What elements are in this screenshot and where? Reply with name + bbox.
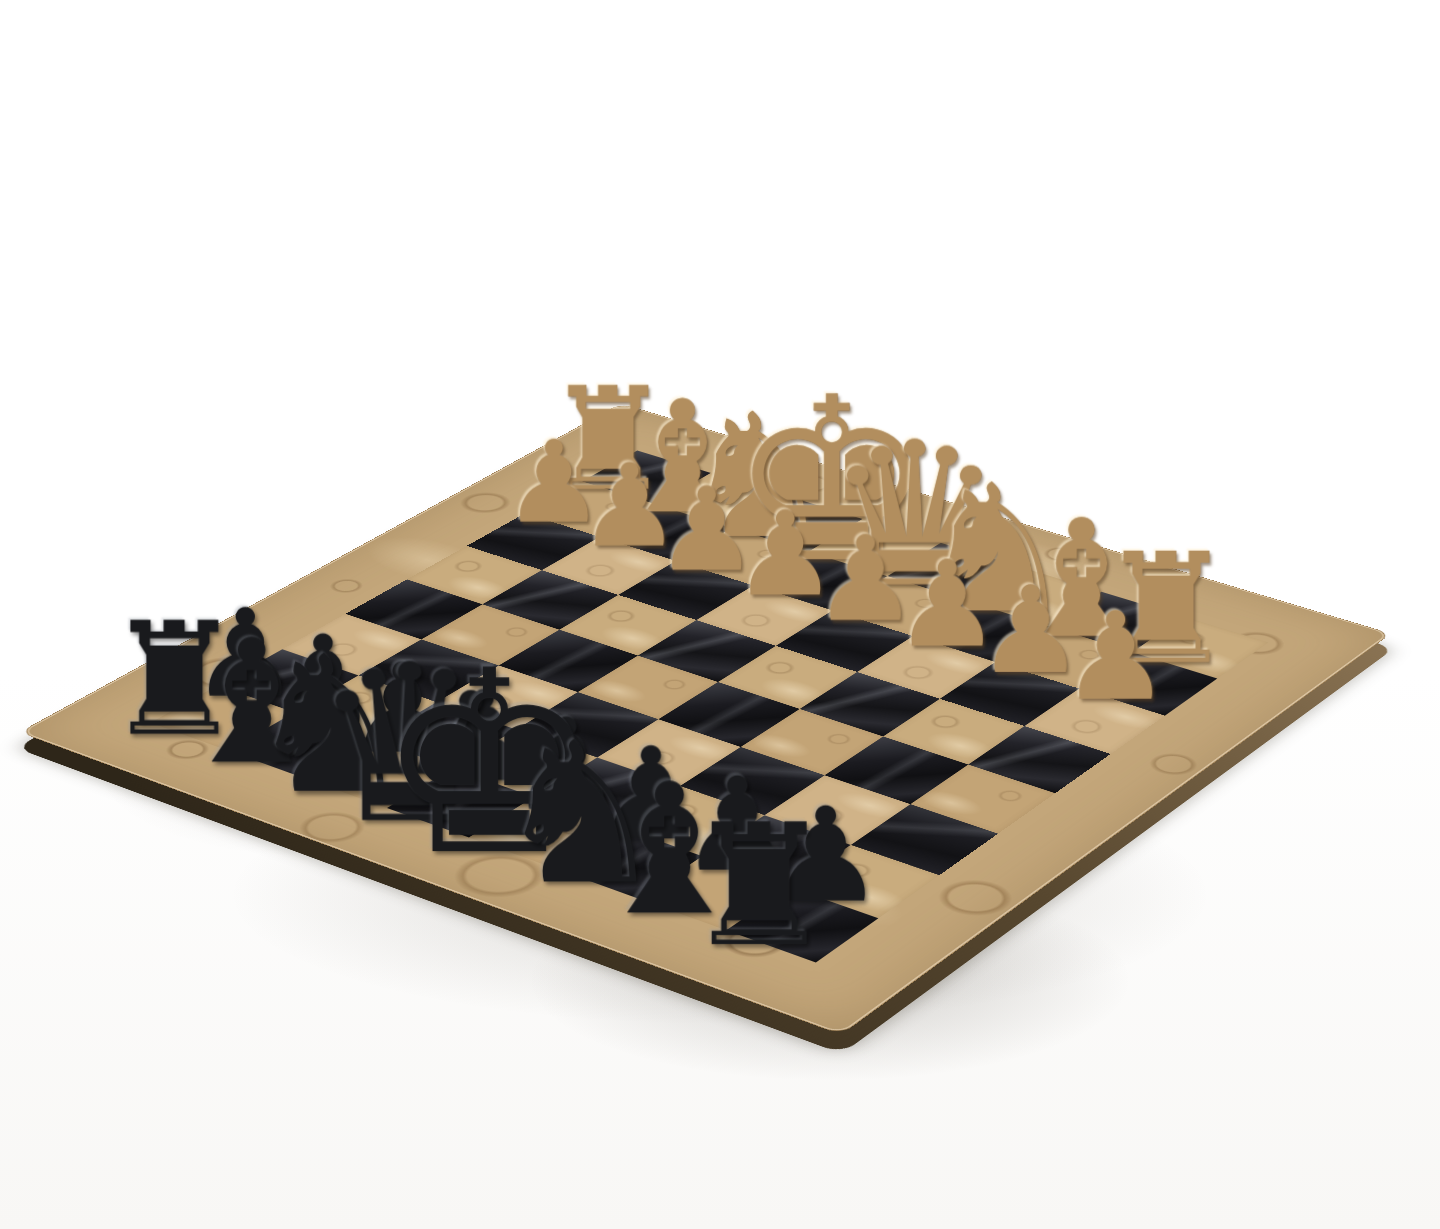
square-h1: ♜ — [1132, 617, 1268, 679]
chess-piece-coral-rook: ♜ — [545, 373, 672, 508]
square-e5 — [658, 682, 799, 747]
square-e6 — [597, 719, 741, 786]
product-photo-scene: ♜♝♞♚♛♞♝♜♟♟♟♟♟♟♟♟♟♟♟♟♟♟♟♟♜♝♞♛♚♞♝♜ — [0, 0, 1440, 1229]
square-a6 — [282, 614, 421, 676]
